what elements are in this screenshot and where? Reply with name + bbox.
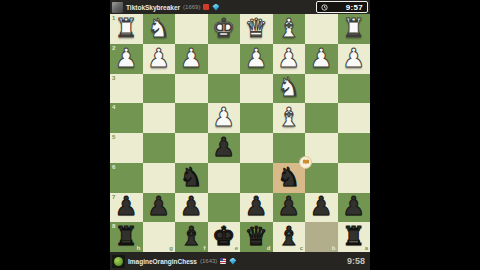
- square-b1[interactable]: [305, 14, 338, 44]
- square-h8[interactable]: 8h♜: [110, 222, 143, 252]
- square-b8[interactable]: b: [305, 222, 338, 252]
- white-bishop[interactable]: ♝: [277, 104, 300, 130]
- square-h2[interactable]: 2♟: [110, 44, 143, 74]
- square-a1[interactable]: ♜: [338, 14, 371, 44]
- square-c2[interactable]: ♟: [273, 44, 306, 74]
- black-rook[interactable]: ♜: [115, 223, 138, 249]
- square-e3[interactable]: [208, 74, 241, 104]
- black-pawn[interactable]: ♟: [245, 193, 268, 219]
- square-a4[interactable]: [338, 103, 371, 133]
- white-king[interactable]: ♚: [212, 15, 235, 41]
- black-player-name[interactable]: ImagineOranginChess: [128, 258, 197, 265]
- black-pawn[interactable]: ♟: [212, 134, 235, 160]
- square-d2[interactable]: ♟: [240, 44, 273, 74]
- black-bishop[interactable]: ♝: [180, 223, 203, 249]
- black-player-avatar[interactable]: [112, 255, 125, 268]
- square-e1[interactable]: ♚: [208, 14, 241, 44]
- square-e2[interactable]: [208, 44, 241, 74]
- square-b3[interactable]: [305, 74, 338, 104]
- square-d8[interactable]: d♛: [240, 222, 273, 252]
- rank-label-6: 6: [112, 164, 115, 170]
- square-e8[interactable]: e♚: [208, 222, 241, 252]
- black-bishop[interactable]: ♝: [277, 223, 300, 249]
- square-d4[interactable]: [240, 103, 273, 133]
- chess-board[interactable]: 1♜♞♚♛♝♜2♟♟♟♟♟♟♟3♞4♟♝5♟6♞♞7♟♟♟♟♟♟♟8h♜gf♝e…: [110, 14, 370, 252]
- square-f6[interactable]: ♞: [175, 163, 208, 193]
- square-f2[interactable]: ♟: [175, 44, 208, 74]
- file-label-g: g: [169, 245, 173, 251]
- white-bishop[interactable]: ♝: [277, 15, 300, 41]
- white-rook[interactable]: ♜: [342, 15, 365, 41]
- rank-label-5: 5: [112, 134, 115, 140]
- square-c7[interactable]: ♟: [273, 193, 306, 223]
- white-pawn[interactable]: ♟: [115, 45, 138, 71]
- white-pawn[interactable]: ♟: [180, 45, 203, 71]
- square-c1[interactable]: ♝: [273, 14, 306, 44]
- white-pawn[interactable]: ♟: [245, 45, 268, 71]
- square-d7[interactable]: ♟: [240, 193, 273, 223]
- white-player-clock: 9:57: [316, 1, 368, 13]
- square-g1[interactable]: ♞: [143, 14, 176, 44]
- white-pawn[interactable]: ♟: [277, 45, 300, 71]
- square-a3[interactable]: [338, 74, 371, 104]
- square-b2[interactable]: ♟: [305, 44, 338, 74]
- rank-label-4: 4: [112, 104, 115, 110]
- black-pawn[interactable]: ♟: [115, 193, 138, 219]
- white-knight[interactable]: ♞: [277, 74, 300, 100]
- square-f7[interactable]: ♟: [175, 193, 208, 223]
- black-player-rating: (1643): [200, 258, 217, 264]
- square-a8[interactable]: a♜: [338, 222, 371, 252]
- square-a6[interactable]: [338, 163, 371, 193]
- square-c4[interactable]: ♝: [273, 103, 306, 133]
- white-player-avatar[interactable]: [112, 2, 123, 13]
- square-f4[interactable]: [175, 103, 208, 133]
- video-frame: TiktokSkybreaker (1669) 9:57 1♜♞♚♛♝♜2♟♟♟…: [0, 0, 480, 270]
- square-f1[interactable]: [175, 14, 208, 44]
- book-move-badge: [299, 156, 312, 169]
- square-g7[interactable]: ♟: [143, 193, 176, 223]
- white-pawn[interactable]: ♟: [147, 45, 170, 71]
- square-g4[interactable]: [143, 103, 176, 133]
- square-h1[interactable]: 1♜: [110, 14, 143, 44]
- square-d1[interactable]: ♛: [240, 14, 273, 44]
- avatar-logo-icon: [114, 257, 123, 266]
- square-h3[interactable]: 3: [110, 74, 143, 104]
- square-h4[interactable]: 4: [110, 103, 143, 133]
- black-knight[interactable]: ♞: [277, 164, 300, 190]
- white-player-name[interactable]: TiktokSkybreaker: [126, 4, 180, 11]
- black-queen[interactable]: ♛: [245, 223, 268, 249]
- square-h7[interactable]: 7♟: [110, 193, 143, 223]
- white-pawn[interactable]: ♟: [212, 104, 235, 130]
- square-g5[interactable]: [143, 133, 176, 163]
- black-pawn[interactable]: ♟: [342, 193, 365, 219]
- square-f8[interactable]: f♝: [175, 222, 208, 252]
- white-queen[interactable]: ♛: [245, 15, 268, 41]
- square-g6[interactable]: [143, 163, 176, 193]
- white-rook[interactable]: ♜: [115, 15, 138, 41]
- white-pawn[interactable]: ♟: [310, 45, 333, 71]
- square-a2[interactable]: ♟: [338, 44, 371, 74]
- square-h6[interactable]: 6: [110, 163, 143, 193]
- square-f5[interactable]: [175, 133, 208, 163]
- square-h5[interactable]: 5: [110, 133, 143, 163]
- file-label-b: b: [332, 245, 336, 251]
- square-b7[interactable]: ♟: [305, 193, 338, 223]
- black-knight[interactable]: ♞: [180, 164, 203, 190]
- rank-label-3: 3: [112, 75, 115, 81]
- square-d3[interactable]: [240, 74, 273, 104]
- clock-icon: [321, 4, 328, 11]
- square-e5[interactable]: ♟: [208, 133, 241, 163]
- square-a5[interactable]: [338, 133, 371, 163]
- square-e7[interactable]: [208, 193, 241, 223]
- white-clock-time: 9:57: [346, 3, 363, 12]
- square-g2[interactable]: ♟: [143, 44, 176, 74]
- black-pawn[interactable]: ♟: [277, 193, 300, 219]
- square-e6[interactable]: [208, 163, 241, 193]
- black-player-clock: 9:58: [347, 256, 365, 266]
- us-flag-icon: [220, 258, 226, 264]
- square-c6[interactable]: ♞: [273, 163, 306, 193]
- square-e4[interactable]: ♟: [208, 103, 241, 133]
- red-flag-icon: [203, 4, 209, 10]
- square-d6[interactable]: [240, 163, 273, 193]
- black-rook[interactable]: ♜: [342, 223, 365, 249]
- white-player-rating: (1669): [183, 4, 200, 10]
- square-a7[interactable]: ♟: [338, 193, 371, 223]
- square-g8[interactable]: g: [143, 222, 176, 252]
- square-d5[interactable]: [240, 133, 273, 163]
- black-pawn[interactable]: ♟: [310, 193, 333, 219]
- diamond-membership-icon: [212, 4, 219, 11]
- black-pawn[interactable]: ♟: [147, 193, 170, 219]
- white-pawn[interactable]: ♟: [342, 45, 365, 71]
- square-g3[interactable]: [143, 74, 176, 104]
- black-pawn[interactable]: ♟: [180, 193, 203, 219]
- square-f3[interactable]: [175, 74, 208, 104]
- player-bar: ImagineOranginChess (1643) 9:58: [110, 252, 370, 270]
- game-panel: TiktokSkybreaker (1669) 9:57 1♜♞♚♛♝♜2♟♟♟…: [110, 0, 370, 270]
- square-b4[interactable]: [305, 103, 338, 133]
- square-c8[interactable]: c♝: [273, 222, 306, 252]
- square-c3[interactable]: ♞: [273, 74, 306, 104]
- black-king[interactable]: ♚: [212, 223, 235, 249]
- white-knight[interactable]: ♞: [147, 15, 170, 41]
- diamond-membership-icon: [229, 258, 236, 265]
- file-label-f: f: [204, 245, 206, 251]
